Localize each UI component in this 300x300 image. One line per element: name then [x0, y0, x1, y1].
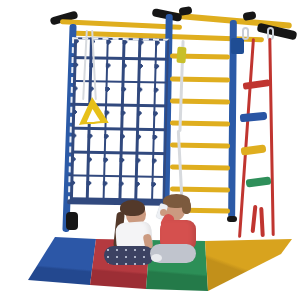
rope-ladder-tail: [259, 207, 265, 237]
toddler-sitting: [146, 192, 204, 274]
toddler-hair-back: [182, 200, 191, 214]
toddler-sock: [151, 254, 162, 262]
rope-ladder-rung-red: [243, 79, 271, 90]
gym-mat-yellow: [203, 238, 295, 293]
ladder-right-post-bottom-cap: [227, 216, 237, 222]
product-photo-kids-climbing-gym: [0, 0, 300, 300]
post-mount-bracket: [231, 38, 244, 54]
rope-ladder-tail: [251, 205, 258, 233]
rope-ladder-rung-blue: [240, 112, 268, 123]
net-clamp: [66, 212, 78, 230]
carabiner-icon: [242, 27, 249, 40]
rope-tag: [176, 47, 186, 64]
rope-ladder-right-rope: [268, 38, 274, 236]
net-frame-top-bar: [60, 19, 182, 30]
girl-hair: [120, 200, 145, 216]
rope-ladder-rung-green: [246, 177, 272, 188]
ladder-rung: [170, 76, 230, 82]
gym-mat-blue: [26, 236, 98, 287]
